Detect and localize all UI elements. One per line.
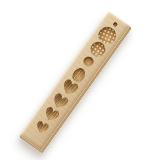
mancala-board [18, 11, 132, 154]
pit-3[interactable] [81, 55, 95, 69]
hanging-hole [112, 22, 117, 27]
pit-4[interactable] [70, 66, 88, 85]
product-photo-scene [0, 0, 160, 160]
pit-8[interactable] [33, 119, 50, 136]
pit-row [26, 21, 123, 142]
